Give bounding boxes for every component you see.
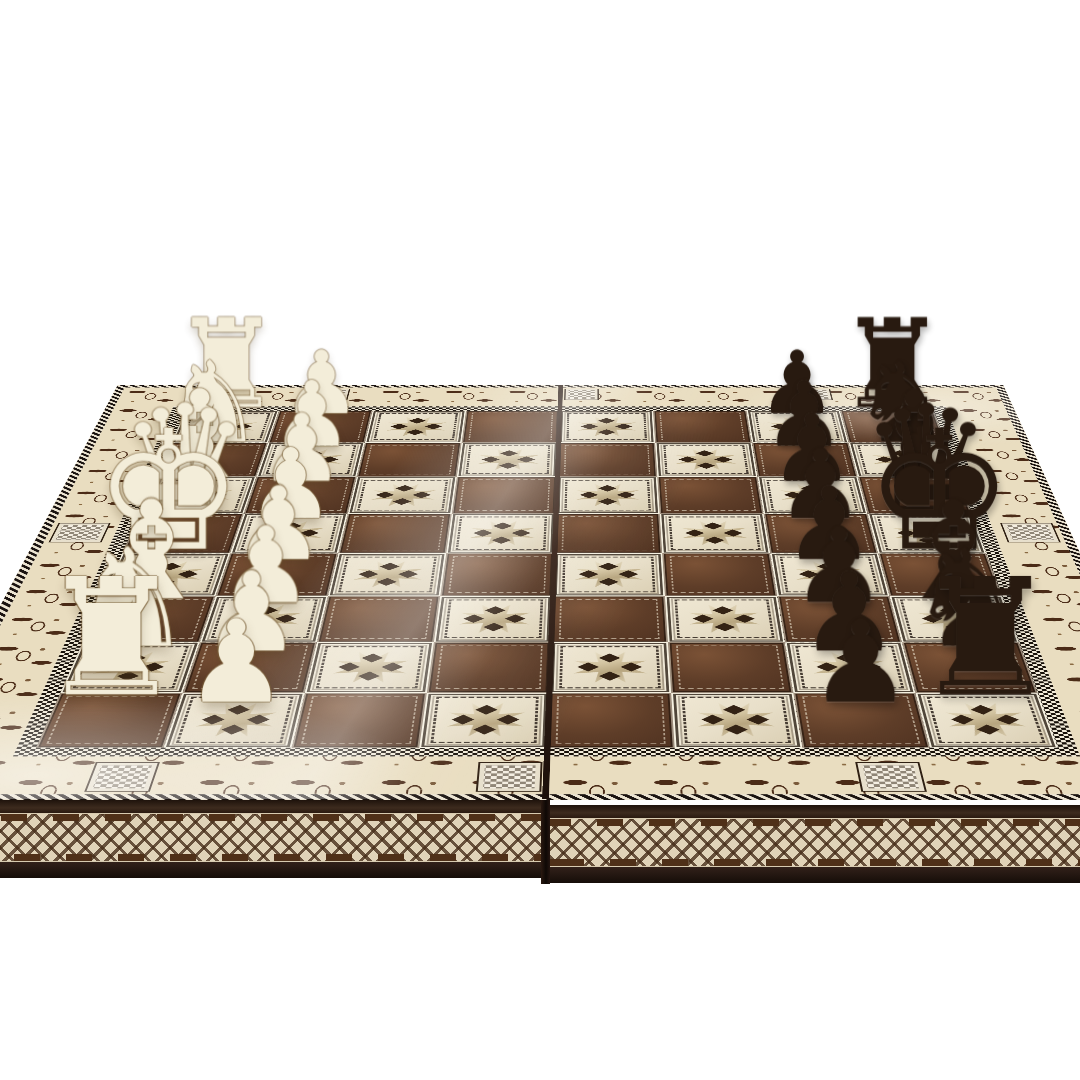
front-edge-left-half — [0, 800, 545, 878]
square-r1c4[interactable] — [557, 443, 657, 477]
mosaic-tile — [796, 389, 833, 400]
square-inlay-frame — [564, 445, 650, 474]
square-r7c2[interactable] — [292, 693, 427, 748]
square-r6c3[interactable] — [427, 642, 551, 692]
square-inlay-frame — [676, 646, 784, 689]
square-r0c3[interactable] — [462, 411, 560, 443]
square-r3c3[interactable] — [446, 514, 555, 554]
star-inlay-icon — [339, 556, 437, 593]
square-inlay-frame — [670, 556, 769, 593]
square-inlay-frame — [326, 599, 432, 639]
square-r1c2[interactable] — [357, 443, 462, 477]
front-wood-band — [545, 867, 1080, 883]
star-inlay-icon — [669, 516, 759, 550]
photo-canvas: { "game": "chess", "scene": { "backgroun… — [0, 0, 1080, 1080]
star-inlay-icon — [465, 445, 551, 474]
square-inlay-frame — [559, 599, 659, 639]
star-inlay-icon — [565, 413, 647, 440]
chessboard: ♜♟♟♜♞♟♟♞♝♟♟♝♛♟♟♛♚♟♟♚♝♟♟♝♞♟♟♞♜♟♟♜ — [0, 385, 1080, 800]
board-surface: ♜♟♟♜♞♟♟♞♝♟♟♝♛♟♟♛♚♟♟♚♝♟♟♝♞♟♟♞♜♟♟♜ — [0, 385, 1080, 800]
mosaic-tile — [84, 762, 160, 792]
star-inlay-icon — [374, 413, 458, 440]
fold-seam-front — [541, 800, 550, 884]
mosaic-tile — [1000, 523, 1061, 543]
front-mosaic-band — [0, 813, 545, 862]
star-inlay-icon — [444, 599, 544, 639]
square-r0c5[interactable] — [653, 411, 752, 443]
star-inlay-icon — [317, 646, 424, 689]
black-rook[interactable]: ♜ — [913, 558, 1058, 719]
mosaic-tile — [855, 762, 927, 792]
square-r5c5[interactable] — [665, 596, 785, 642]
square-r7c6[interactable]: ♟ — [793, 693, 930, 748]
square-inlay-frame — [556, 696, 666, 743]
square-r4c5[interactable] — [662, 553, 777, 596]
front-wood-band — [0, 862, 545, 878]
square-r6c5[interactable] — [668, 642, 793, 692]
star-inlay-icon — [563, 479, 651, 511]
diamond-inlay-icon — [575, 561, 642, 587]
square-inlay-frame — [660, 413, 745, 440]
star-inlay-icon — [675, 599, 772, 639]
square-r3c4[interactable] — [554, 514, 662, 554]
square-r5c3[interactable] — [434, 596, 553, 642]
square-inlay-frame — [436, 646, 543, 689]
star-inlay-icon — [558, 646, 661, 689]
star-inlay-icon — [663, 445, 747, 474]
square-inlay-frame — [664, 479, 755, 511]
scene: ♜♟♟♜♞♟♟♞♝♟♟♝♛♟♟♛♚♟♟♚♝♟♟♝♞♟♟♞♜♟♟♜ — [0, 0, 1080, 1080]
star-inlay-icon — [430, 696, 540, 743]
square-r7c1[interactable]: ♟ — [164, 693, 305, 748]
front-wood-band — [545, 805, 1080, 818]
square-inlay-frame — [364, 445, 454, 474]
square-r6c2[interactable] — [305, 642, 434, 692]
square-inlay-frame — [469, 413, 553, 440]
square-inlay-frame — [430, 697, 539, 743]
square-inlay-frame — [449, 556, 547, 593]
mosaic-tile — [48, 523, 110, 543]
square-inlay-frame — [301, 696, 417, 743]
black-pawn[interactable]: ♟ — [809, 605, 912, 720]
mosaic-tile — [564, 389, 599, 400]
square-r4c3[interactable] — [440, 553, 554, 596]
square-r6c4[interactable] — [549, 642, 671, 692]
square-r3c5[interactable] — [660, 514, 771, 554]
square-r5c4[interactable] — [551, 596, 668, 642]
square-r0c2[interactable] — [365, 411, 466, 443]
star-inlay-icon — [682, 696, 788, 743]
square-r0c4[interactable] — [558, 411, 655, 443]
square-r3c2[interactable] — [338, 514, 451, 554]
square-r7c3[interactable] — [419, 693, 549, 748]
white-pawn[interactable]: ♟ — [184, 605, 287, 720]
star-inlay-icon — [561, 556, 656, 593]
square-r2c4[interactable] — [556, 477, 660, 514]
square-r2c5[interactable] — [657, 477, 763, 514]
square-r7c0[interactable]: ♜ — [36, 693, 183, 748]
white-rook[interactable]: ♜ — [39, 558, 184, 719]
diamond-inlay-icon — [352, 561, 423, 587]
front-edge-right-half — [545, 805, 1080, 883]
star-inlay-icon — [358, 479, 449, 511]
mosaic-tile — [476, 762, 543, 792]
mosaic-tile — [313, 389, 351, 400]
square-r7c4[interactable] — [547, 693, 675, 748]
front-wood-band — [0, 800, 545, 813]
board-front-edge — [0, 800, 1080, 878]
star-inlay-icon — [455, 516, 548, 550]
square-inlay-frame — [562, 516, 655, 550]
square-r7c5[interactable] — [671, 693, 802, 748]
square-inlay-frame — [459, 479, 550, 511]
square-r1c5[interactable] — [655, 443, 757, 477]
square-r2c2[interactable] — [348, 477, 457, 514]
square-r5c2[interactable] — [317, 596, 440, 642]
square-r7c7[interactable]: ♜ — [915, 693, 1057, 748]
square-r4c2[interactable] — [328, 553, 446, 596]
square-r4c4[interactable] — [553, 553, 665, 596]
square-inlay-frame — [346, 516, 444, 550]
square-r2c3[interactable] — [452, 477, 557, 514]
square-r1c3[interactable] — [457, 443, 559, 477]
front-mosaic-band — [545, 818, 1080, 867]
